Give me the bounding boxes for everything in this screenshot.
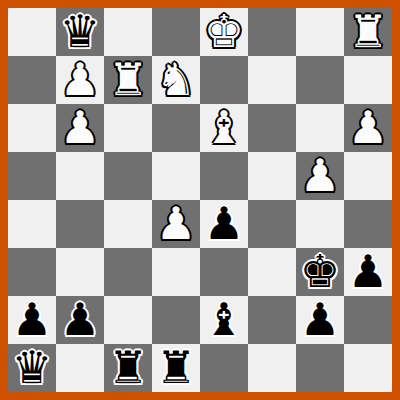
square-g4[interactable] — [296, 200, 344, 248]
square-g2[interactable]: ♟ — [296, 296, 344, 344]
piece-black-bishop[interactable]: ♝ — [200, 296, 248, 344]
square-d5[interactable] — [152, 152, 200, 200]
square-a2[interactable]: ♟ — [8, 296, 56, 344]
square-a1[interactable]: ♛ — [8, 344, 56, 392]
square-h7[interactable] — [344, 56, 392, 104]
square-c1[interactable]: ♜ — [104, 344, 152, 392]
square-f4[interactable] — [248, 200, 296, 248]
piece-black-queen[interactable]: ♛ — [56, 8, 104, 56]
square-g8[interactable] — [296, 8, 344, 56]
piece-white-knight[interactable]: ♞ — [152, 56, 200, 104]
piece-white-pawn[interactable]: ♟ — [296, 152, 344, 200]
square-d7[interactable]: ♞ — [152, 56, 200, 104]
piece-white-pawn[interactable]: ♟ — [344, 104, 392, 152]
square-e1[interactable] — [200, 344, 248, 392]
square-f1[interactable] — [248, 344, 296, 392]
piece-white-bishop[interactable]: ♝ — [200, 104, 248, 152]
piece-black-pawn[interactable]: ♟ — [8, 296, 56, 344]
piece-white-rook[interactable]: ♜ — [344, 8, 392, 56]
square-e5[interactable] — [200, 152, 248, 200]
square-e4[interactable]: ♟ — [200, 200, 248, 248]
piece-black-pawn[interactable]: ♟ — [56, 296, 104, 344]
piece-white-pawn[interactable]: ♟ — [56, 56, 104, 104]
square-c8[interactable] — [104, 8, 152, 56]
square-e6[interactable]: ♝ — [200, 104, 248, 152]
square-d2[interactable] — [152, 296, 200, 344]
piece-black-pawn[interactable]: ♟ — [200, 200, 248, 248]
square-a5[interactable] — [8, 152, 56, 200]
square-g1[interactable] — [296, 344, 344, 392]
square-e7[interactable] — [200, 56, 248, 104]
piece-black-pawn[interactable]: ♟ — [296, 296, 344, 344]
square-d6[interactable] — [152, 104, 200, 152]
square-h4[interactable] — [344, 200, 392, 248]
square-c7[interactable]: ♜ — [104, 56, 152, 104]
square-e8[interactable]: ♚ — [200, 8, 248, 56]
piece-black-rook[interactable]: ♜ — [104, 344, 152, 392]
piece-black-rook[interactable]: ♜ — [152, 344, 200, 392]
piece-black-king[interactable]: ♚ — [296, 248, 344, 296]
square-c3[interactable] — [104, 248, 152, 296]
piece-white-pawn[interactable]: ♟ — [56, 104, 104, 152]
square-a4[interactable] — [8, 200, 56, 248]
piece-white-rook[interactable]: ♜ — [104, 56, 152, 104]
square-h1[interactable] — [344, 344, 392, 392]
square-b3[interactable] — [56, 248, 104, 296]
square-h3[interactable]: ♟ — [344, 248, 392, 296]
square-d4[interactable]: ♟ — [152, 200, 200, 248]
square-b4[interactable] — [56, 200, 104, 248]
square-f2[interactable] — [248, 296, 296, 344]
square-g6[interactable] — [296, 104, 344, 152]
square-d8[interactable] — [152, 8, 200, 56]
square-b1[interactable] — [56, 344, 104, 392]
square-f7[interactable] — [248, 56, 296, 104]
square-b7[interactable]: ♟ — [56, 56, 104, 104]
square-h2[interactable] — [344, 296, 392, 344]
square-b8[interactable]: ♛ — [56, 8, 104, 56]
square-c4[interactable] — [104, 200, 152, 248]
square-g5[interactable]: ♟ — [296, 152, 344, 200]
square-c2[interactable] — [104, 296, 152, 344]
square-d1[interactable]: ♜ — [152, 344, 200, 392]
square-f3[interactable] — [248, 248, 296, 296]
piece-black-queen[interactable]: ♛ — [8, 344, 56, 392]
chess-board: ♛♚♜♟♜♞♟♝♟♟♟♟♚♟♟♟♝♟♛♜♜ — [8, 8, 392, 392]
square-h8[interactable]: ♜ — [344, 8, 392, 56]
square-a3[interactable] — [8, 248, 56, 296]
square-a6[interactable] — [8, 104, 56, 152]
square-e3[interactable] — [200, 248, 248, 296]
piece-black-pawn[interactable]: ♟ — [344, 248, 392, 296]
board-frame: ♛♚♜♟♜♞♟♝♟♟♟♟♚♟♟♟♝♟♛♜♜ — [0, 0, 400, 400]
square-e2[interactable]: ♝ — [200, 296, 248, 344]
square-f8[interactable] — [248, 8, 296, 56]
square-f5[interactable] — [248, 152, 296, 200]
square-b6[interactable]: ♟ — [56, 104, 104, 152]
square-a8[interactable] — [8, 8, 56, 56]
square-f6[interactable] — [248, 104, 296, 152]
square-g7[interactable] — [296, 56, 344, 104]
piece-white-pawn[interactable]: ♟ — [152, 200, 200, 248]
square-a7[interactable] — [8, 56, 56, 104]
square-h6[interactable]: ♟ — [344, 104, 392, 152]
square-c6[interactable] — [104, 104, 152, 152]
square-b5[interactable] — [56, 152, 104, 200]
square-g3[interactable]: ♚ — [296, 248, 344, 296]
piece-white-king[interactable]: ♚ — [200, 8, 248, 56]
square-d3[interactable] — [152, 248, 200, 296]
square-h5[interactable] — [344, 152, 392, 200]
square-b2[interactable]: ♟ — [56, 296, 104, 344]
square-c5[interactable] — [104, 152, 152, 200]
